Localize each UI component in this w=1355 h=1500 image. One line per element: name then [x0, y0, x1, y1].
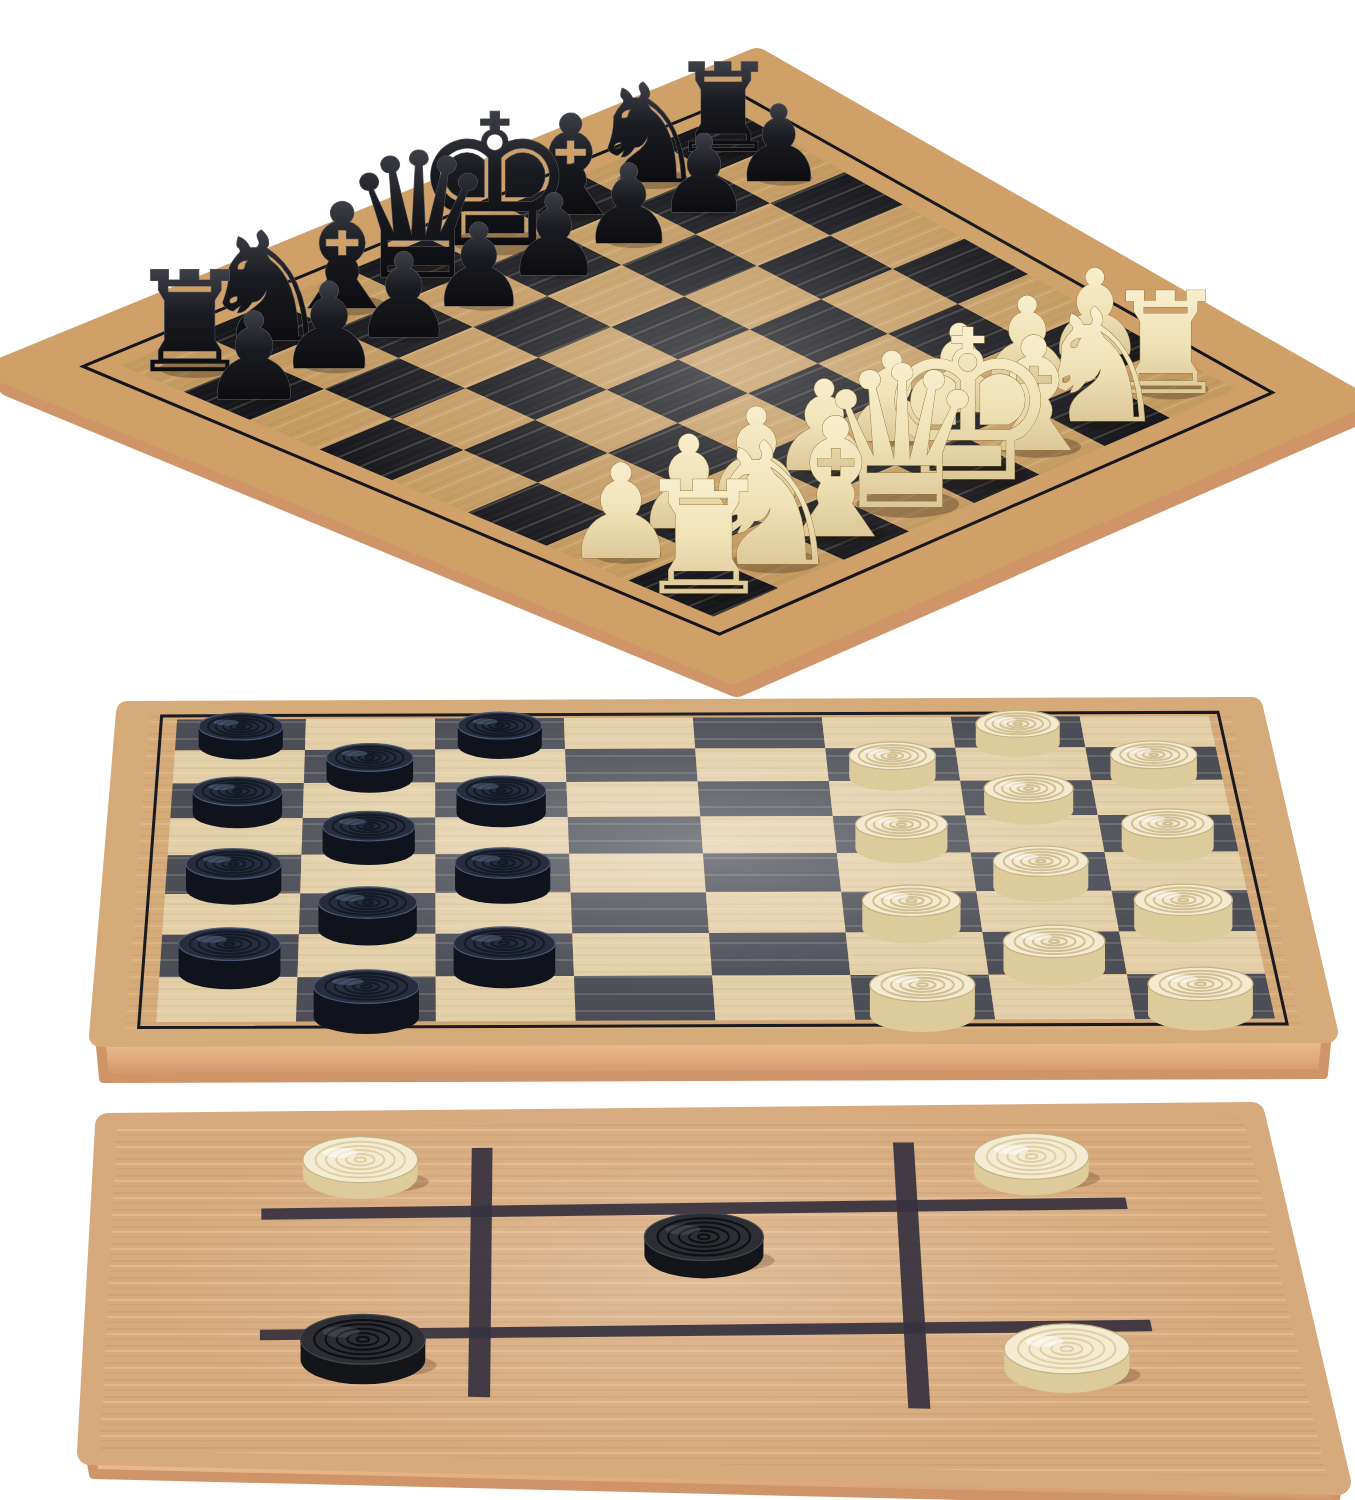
- black-checker: [458, 712, 542, 759]
- white-checker: [849, 742, 935, 791]
- three-boards-photo: ♜♟♞♟♝♟♚♟♛♟♝♟♞♟♟♜♟♜♟♟♞♟♝♟♚♟♛♟♝♟♞♜: [0, 0, 1355, 1500]
- black-checker: [455, 848, 550, 904]
- black-pawn: ♟: [200, 287, 308, 428]
- black-checker: [323, 811, 415, 865]
- tictactoe-board: [90, 1086, 1338, 1500]
- white-checker-cell-r0c0: [303, 1137, 418, 1199]
- black-checker: [456, 776, 545, 827]
- white-checker: [984, 774, 1073, 825]
- black-checker: [199, 713, 283, 759]
- white-checker: [1111, 741, 1197, 790]
- grid-line-vertical-left: [468, 1148, 493, 1397]
- white-checker: [1003, 925, 1105, 985]
- white-checker: [976, 710, 1060, 757]
- chess-board: ♜♟♞♟♝♟♚♟♛♟♝♟♞♟♟♜♟♜♟♟♞♟♝♟♚♟♛♟♝♟♞♜: [7, 38, 1352, 683]
- black-checker: [186, 849, 281, 905]
- white-checker: [993, 846, 1088, 902]
- white-checker: [1134, 884, 1232, 942]
- black-checker: [179, 928, 281, 989]
- black-checker: [318, 887, 416, 946]
- black-checker: [327, 744, 414, 793]
- white-checker-cell-r2c2: [1004, 1324, 1129, 1393]
- white-rook: ♜: [634, 448, 774, 630]
- product-photo: ♜♟♞♟♝♟♚♟♛♟♝♟♞♟♟♜♟♜♟♟♞♟♝♟♚♟♛♟♝♟♞♜: [0, 0, 1355, 1500]
- white-checker: [870, 968, 975, 1032]
- black-checker: [314, 970, 419, 1034]
- black-checker-cell-r2c0: [301, 1314, 426, 1384]
- white-checker: [1148, 967, 1253, 1030]
- white-checker: [862, 885, 960, 944]
- white-checker: [1122, 809, 1214, 862]
- black-checker-cell-r1c1: [644, 1213, 763, 1278]
- black-checker: [193, 777, 282, 828]
- white-checker-cell-r0c2: [974, 1134, 1089, 1196]
- white-checker: [855, 810, 947, 863]
- black-checker: [454, 927, 556, 988]
- checkers-board: [100, 696, 1327, 1078]
